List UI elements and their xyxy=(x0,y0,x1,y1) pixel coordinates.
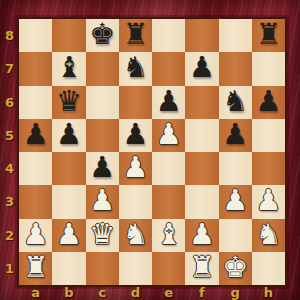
rank-label-1: 1 xyxy=(0,252,19,285)
square-a4[interactable] xyxy=(19,152,52,185)
piece-white-rook-icon: ♜ xyxy=(189,252,215,284)
square-c7[interactable] xyxy=(86,52,119,85)
piece-black-king-icon: ♚ xyxy=(89,19,115,51)
piece-white-pawn-icon: ♟ xyxy=(222,185,248,217)
square-g3[interactable]: ♟ xyxy=(219,185,252,218)
square-b3[interactable] xyxy=(52,185,85,218)
square-f7[interactable]: ♟ xyxy=(185,52,218,85)
piece-black-pawn-icon: ♟ xyxy=(156,86,182,118)
file-label-e: e xyxy=(152,285,185,300)
piece-white-pawn-icon: ♟ xyxy=(156,119,182,151)
square-f5[interactable] xyxy=(185,119,218,152)
square-g8[interactable] xyxy=(219,19,252,52)
square-a5[interactable]: ♟ xyxy=(19,119,52,152)
square-f6[interactable] xyxy=(185,86,218,119)
rank-label-6: 6 xyxy=(0,86,19,119)
square-e5[interactable]: ♟ xyxy=(152,119,185,152)
piece-white-knight-icon: ♞ xyxy=(122,219,148,251)
piece-white-queen-icon: ♛ xyxy=(89,219,115,251)
square-g1[interactable]: ♚ xyxy=(219,252,252,285)
square-b4[interactable] xyxy=(52,152,85,185)
square-g5[interactable]: ♟ xyxy=(219,119,252,152)
square-d8[interactable]: ♜ xyxy=(119,19,152,52)
square-c8[interactable]: ♚ xyxy=(86,19,119,52)
square-c3[interactable]: ♟ xyxy=(86,185,119,218)
square-e8[interactable] xyxy=(152,19,185,52)
square-h8[interactable]: ♜ xyxy=(252,19,285,52)
rank-label-5: 5 xyxy=(0,119,19,152)
square-h7[interactable] xyxy=(252,52,285,85)
square-e2[interactable]: ♝ xyxy=(152,219,185,252)
piece-black-rook-icon: ♜ xyxy=(122,19,148,51)
square-h4[interactable] xyxy=(252,152,285,185)
square-d6[interactable] xyxy=(119,86,152,119)
square-a8[interactable] xyxy=(19,19,52,52)
rank-labels: 87654321 xyxy=(0,19,19,285)
piece-black-pawn-icon: ♟ xyxy=(122,119,148,151)
square-d2[interactable]: ♞ xyxy=(119,219,152,252)
piece-black-pawn-icon: ♟ xyxy=(89,152,115,184)
piece-black-queen-icon: ♛ xyxy=(56,86,82,118)
chessboard: ♚♜♜♝♞♟♛♟♞♟♟♟♟♟♟♟♟♟♟♟♟♟♛♞♝♟♞♜♜♚ xyxy=(19,19,285,285)
square-f1[interactable]: ♜ xyxy=(185,252,218,285)
piece-black-pawn-icon: ♟ xyxy=(189,52,215,84)
square-a3[interactable] xyxy=(19,185,52,218)
square-d1[interactable] xyxy=(119,252,152,285)
file-labels: abcdefgh xyxy=(19,285,285,300)
rank-label-3: 3 xyxy=(0,185,19,218)
square-h1[interactable] xyxy=(252,252,285,285)
square-f2[interactable]: ♟ xyxy=(185,219,218,252)
piece-white-king-icon: ♚ xyxy=(222,252,248,284)
file-label-b: b xyxy=(52,285,85,300)
square-g2[interactable] xyxy=(219,219,252,252)
square-e4[interactable] xyxy=(152,152,185,185)
piece-white-pawn-icon: ♟ xyxy=(56,219,82,251)
square-b1[interactable] xyxy=(52,252,85,285)
file-label-g: g xyxy=(219,285,252,300)
square-c6[interactable] xyxy=(86,86,119,119)
piece-white-pawn-icon: ♟ xyxy=(255,185,281,217)
square-a7[interactable] xyxy=(19,52,52,85)
piece-white-rook-icon: ♜ xyxy=(23,252,49,284)
rank-label-4: 4 xyxy=(0,152,19,185)
square-h6[interactable]: ♟ xyxy=(252,86,285,119)
square-d4[interactable]: ♟ xyxy=(119,152,152,185)
piece-black-bishop-icon: ♝ xyxy=(56,52,82,84)
square-b2[interactable]: ♟ xyxy=(52,219,85,252)
piece-white-pawn-icon: ♟ xyxy=(122,152,148,184)
piece-white-pawn-icon: ♟ xyxy=(189,219,215,251)
square-a6[interactable] xyxy=(19,86,52,119)
piece-black-knight-icon: ♞ xyxy=(122,52,148,84)
square-b8[interactable] xyxy=(52,19,85,52)
square-c1[interactable] xyxy=(86,252,119,285)
file-label-c: c xyxy=(86,285,119,300)
piece-black-knight-icon: ♞ xyxy=(222,86,248,118)
rank-label-7: 7 xyxy=(0,52,19,85)
square-e3[interactable] xyxy=(152,185,185,218)
square-h5[interactable] xyxy=(252,119,285,152)
square-g4[interactable] xyxy=(219,152,252,185)
square-c2[interactable]: ♛ xyxy=(86,219,119,252)
square-e7[interactable] xyxy=(152,52,185,85)
piece-black-rook-icon: ♜ xyxy=(255,19,281,51)
file-label-d: d xyxy=(119,285,152,300)
square-e6[interactable]: ♟ xyxy=(152,86,185,119)
piece-white-knight-icon: ♞ xyxy=(255,219,281,251)
rank-label-8: 8 xyxy=(0,19,19,52)
piece-white-pawn-icon: ♟ xyxy=(23,219,49,251)
square-c4[interactable]: ♟ xyxy=(86,152,119,185)
file-label-f: f xyxy=(185,285,218,300)
rank-label-2: 2 xyxy=(0,219,19,252)
piece-black-pawn-icon: ♟ xyxy=(222,119,248,151)
square-b5[interactable]: ♟ xyxy=(52,119,85,152)
square-h2[interactable]: ♞ xyxy=(252,219,285,252)
piece-black-pawn-icon: ♟ xyxy=(23,119,49,151)
file-label-a: a xyxy=(19,285,52,300)
square-e1[interactable] xyxy=(152,252,185,285)
square-d5[interactable]: ♟ xyxy=(119,119,152,152)
piece-black-pawn-icon: ♟ xyxy=(56,119,82,151)
piece-white-bishop-icon: ♝ xyxy=(156,219,182,251)
square-f3[interactable] xyxy=(185,185,218,218)
square-g6[interactable]: ♞ xyxy=(219,86,252,119)
square-a2[interactable]: ♟ xyxy=(19,219,52,252)
square-f4[interactable] xyxy=(185,152,218,185)
square-h3[interactable]: ♟ xyxy=(252,185,285,218)
square-c5[interactable] xyxy=(86,119,119,152)
square-a1[interactable]: ♜ xyxy=(19,252,52,285)
square-g7[interactable] xyxy=(219,52,252,85)
square-f8[interactable] xyxy=(185,19,218,52)
file-label-h: h xyxy=(252,285,285,300)
chessboard-frame: 87654321 abcdefgh ♚♜♜♝♞♟♛♟♞♟♟♟♟♟♟♟♟♟♟♟♟♟… xyxy=(0,0,300,300)
square-d3[interactable] xyxy=(119,185,152,218)
square-b7[interactable]: ♝ xyxy=(52,52,85,85)
square-b6[interactable]: ♛ xyxy=(52,86,85,119)
square-d7[interactable]: ♞ xyxy=(119,52,152,85)
piece-black-pawn-icon: ♟ xyxy=(255,86,281,118)
piece-white-pawn-icon: ♟ xyxy=(89,185,115,217)
